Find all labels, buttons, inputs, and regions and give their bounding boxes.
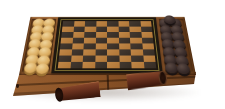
box-front-nail xyxy=(16,84,19,88)
board-square xyxy=(58,62,71,68)
photo-checkers-box xyxy=(0,0,225,109)
board-frame xyxy=(51,17,163,73)
board-pinstripe xyxy=(55,19,160,70)
board-square xyxy=(119,62,131,68)
dark-checker-piece-stacked xyxy=(163,15,176,23)
board-square xyxy=(143,62,156,68)
board-square xyxy=(107,62,119,68)
checkerboard xyxy=(58,21,157,68)
board-square xyxy=(95,62,107,68)
board-square xyxy=(131,62,144,68)
box-top-surface xyxy=(19,17,196,75)
board-square xyxy=(70,62,83,68)
board-square xyxy=(82,62,95,68)
light-checker-piece xyxy=(35,63,49,74)
